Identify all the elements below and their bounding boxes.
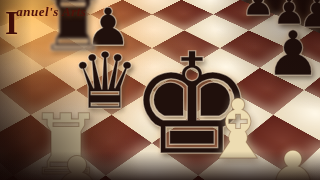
white-pawn: ♟ — [243, 137, 320, 180]
white-pawn: ♟ — [23, 142, 131, 180]
black-pawn: ♟ — [265, 23, 320, 85]
watermark-text: anuel's Arts — [16, 4, 86, 19]
chess-scene: ♜♟♛♚♟♟♟♟♜♟♝♟ Ianuel's Arts — [0, 0, 320, 180]
watermark: Ianuel's Arts — [5, 4, 86, 42]
